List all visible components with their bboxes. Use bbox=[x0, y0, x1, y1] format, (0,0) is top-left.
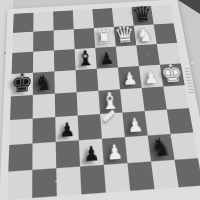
black-knight-b5[interactable]: ♞ bbox=[34, 73, 53, 95]
chess-board: ♛♜♛♞♝♟♚♞♟♟♚♝♟♟♟♟♞ ❖ bbox=[0, 0, 200, 200]
piece-layer: ♛♜♛♞♝♟♚♞♟♟♚♝♟♟♟♟♞ bbox=[7, 5, 200, 200]
white-knight-g7[interactable]: ♞ bbox=[135, 26, 155, 46]
diamond-crown-emblem-icon: ❖ bbox=[197, 185, 200, 200]
white-pawn-f5[interactable]: ♟ bbox=[122, 71, 139, 89]
white-pawn-e2[interactable]: ♟ bbox=[106, 143, 124, 164]
black-queen-g8[interactable]: ♛ bbox=[131, 4, 154, 26]
white-king-h5[interactable]: ♚ bbox=[159, 61, 185, 87]
white-rook-e7[interactable]: ♜ bbox=[95, 28, 114, 48]
black-pawn-d2[interactable]: ♟ bbox=[83, 145, 100, 167]
photo-stage: ♛♜♛♞♝♟♚♞♟♟♚♝♟♟♟♟♞ ❖ bbox=[0, 0, 200, 200]
black-king-a5[interactable]: ♚ bbox=[11, 70, 34, 97]
white-queen-f7[interactable]: ♛ bbox=[113, 23, 136, 47]
white-bishop-e4[interactable]: ♝ bbox=[100, 90, 122, 115]
film-grain-dark bbox=[0, 0, 2, 2]
black-bishop-d6[interactable]: ♝ bbox=[76, 48, 96, 70]
black-pawn-e6[interactable]: ♟ bbox=[99, 51, 115, 68]
board-grain bbox=[8, 9, 9, 10]
white-pawn-g5[interactable]: ♟ bbox=[143, 70, 160, 88]
white-pawn-f3[interactable]: ♟ bbox=[126, 117, 144, 137]
black-pawn-c3[interactable]: ♟ bbox=[59, 121, 75, 141]
black-knight-g2[interactable]: ♞ bbox=[150, 135, 173, 161]
